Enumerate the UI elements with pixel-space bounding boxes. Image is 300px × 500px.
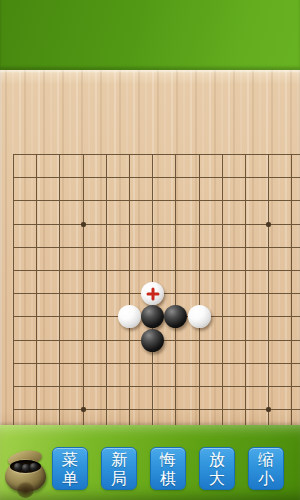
- zoom-in-button-label: 放大: [209, 450, 225, 488]
- stone-bowl-icon: [5, 451, 49, 495]
- white-stone: [141, 282, 164, 305]
- bowl-opening: [10, 460, 41, 473]
- menu-button-label: 菜单: [62, 450, 78, 488]
- undo-button-label: 悔棋: [160, 450, 176, 488]
- star-point: [81, 407, 86, 412]
- black-stone: [141, 305, 164, 328]
- black-stone: [164, 305, 187, 328]
- zoom-out-button-label: 缩小: [258, 450, 274, 488]
- zoom-out-button[interactable]: 缩小: [248, 447, 284, 490]
- bowl-wood-grain: [17, 481, 34, 498]
- last-move-marker: [146, 287, 159, 300]
- star-point: [81, 222, 86, 227]
- white-stone: [188, 305, 211, 328]
- header-bar: [0, 0, 300, 70]
- gomoku-app-screen: 菜单 新局 悔棋 放大 缩小: [0, 0, 300, 500]
- undo-button[interactable]: 悔棋: [150, 447, 186, 490]
- board-grid[interactable]: [13, 154, 300, 425]
- bowl-stone: [14, 463, 22, 471]
- bowl-stone: [22, 464, 30, 472]
- menu-button[interactable]: 菜单: [52, 447, 88, 490]
- star-point: [266, 407, 271, 412]
- bottom-toolbar: 菜单 新局 悔棋 放大 缩小: [0, 425, 300, 500]
- black-stone: [141, 329, 164, 352]
- bowl-stone: [30, 463, 38, 471]
- white-stone: [118, 305, 141, 328]
- new-game-button[interactable]: 新局: [101, 447, 137, 490]
- star-point: [266, 222, 271, 227]
- zoom-in-button[interactable]: 放大: [199, 447, 235, 490]
- toolbar-buttons: 菜单 新局 悔棋 放大 缩小: [52, 447, 284, 490]
- game-board[interactable]: [0, 70, 300, 425]
- new-game-button-label: 新局: [111, 450, 127, 488]
